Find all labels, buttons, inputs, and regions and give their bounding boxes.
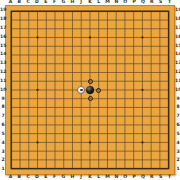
coord-right-14: 14 — [175, 52, 180, 57]
black-stone-K10 — [86, 86, 94, 94]
coord-right-13: 13 — [175, 61, 180, 66]
coord-labels-top: ABCDEFGHJKLMNOPQRST — [5, 0, 175, 5]
coord-left-1: 1 — [2, 167, 5, 172]
coord-bottom-N: N — [112, 175, 121, 180]
coord-left-2: 2 — [2, 158, 5, 163]
white-stone-J10 — [77, 86, 85, 94]
last-move-dot — [80, 89, 82, 91]
circle-marker-K9[interactable] — [88, 96, 93, 101]
coord-bottom-J: J — [77, 175, 86, 180]
coord-right-2: 2 — [177, 158, 180, 163]
coord-top-N: N — [112, 0, 121, 5]
circle-marker-L10[interactable] — [96, 88, 101, 93]
coord-right-19: 19 — [175, 8, 180, 13]
coord-top-S: S — [156, 0, 165, 5]
coord-left-3: 3 — [2, 150, 5, 155]
coord-top-H: H — [68, 0, 77, 5]
coord-top-P: P — [130, 0, 139, 5]
coord-right-11: 11 — [175, 79, 180, 84]
coord-left-10: 10 — [0, 88, 6, 93]
coord-bottom-B: B — [15, 175, 24, 180]
coord-bottom-R: R — [147, 175, 156, 180]
coord-bottom-Q: Q — [139, 175, 148, 180]
coord-top-Q: Q — [139, 0, 148, 5]
coord-bottom-T: T — [165, 175, 174, 180]
coord-right-9: 9 — [177, 97, 180, 102]
coord-bottom-D: D — [33, 175, 42, 180]
coord-right-15: 15 — [175, 44, 180, 49]
coord-bottom-P: P — [130, 175, 139, 180]
coord-top-K: K — [86, 0, 95, 5]
coord-left-16: 16 — [0, 35, 6, 40]
coord-left-17: 17 — [0, 26, 6, 31]
coord-right-1: 1 — [177, 167, 180, 172]
coord-top-J: J — [77, 0, 86, 5]
board-grid — [7, 7, 173, 173]
go-diagram: ABCDEFGHJKLMNOPQRST ABCDEFGHJKLMNOPQRST … — [0, 0, 180, 180]
coord-top-G: G — [59, 0, 68, 5]
coord-right-5: 5 — [177, 132, 180, 137]
coord-left-4: 4 — [2, 141, 5, 146]
coord-labels-bottom: ABCDEFGHJKLMNOPQRST — [5, 175, 175, 180]
coord-left-19: 19 — [0, 8, 6, 13]
coord-top-F: F — [50, 0, 59, 5]
coord-right-7: 7 — [177, 114, 180, 119]
coord-bottom-S: S — [156, 175, 165, 180]
coord-bottom-E: E — [41, 175, 50, 180]
coord-left-9: 9 — [2, 97, 5, 102]
coord-top-T: T — [165, 0, 174, 5]
coord-left-13: 13 — [0, 61, 6, 66]
coord-left-14: 14 — [0, 52, 6, 57]
circle-marker-K11[interactable] — [88, 79, 93, 84]
coord-bottom-F: F — [50, 175, 59, 180]
coord-bottom-K: K — [86, 175, 95, 180]
coord-bottom-G: G — [59, 175, 68, 180]
coord-top-R: R — [147, 0, 156, 5]
coord-bottom-L: L — [94, 175, 103, 180]
coord-right-10: 10 — [175, 88, 180, 93]
coord-left-15: 15 — [0, 44, 6, 49]
coord-right-16: 16 — [175, 35, 180, 40]
coord-top-O: O — [121, 0, 130, 5]
coord-bottom-M: M — [103, 175, 112, 180]
coord-left-12: 12 — [0, 70, 6, 75]
coord-bottom-O: O — [121, 175, 130, 180]
coord-right-18: 18 — [175, 17, 180, 22]
coord-left-5: 5 — [2, 132, 5, 137]
coord-right-12: 12 — [175, 70, 180, 75]
coord-top-C: C — [24, 0, 33, 5]
coord-top-B: B — [15, 0, 24, 5]
coord-bottom-C: C — [24, 175, 33, 180]
coord-top-D: D — [33, 0, 42, 5]
coord-labels-left: 19181716151413121110987654321 — [0, 5, 5, 175]
coord-left-6: 6 — [2, 123, 5, 128]
coord-bottom-H: H — [68, 175, 77, 180]
coord-bottom-A: A — [6, 175, 15, 180]
coord-left-7: 7 — [2, 114, 5, 119]
go-board[interactable] — [5, 5, 175, 175]
coord-top-L: L — [94, 0, 103, 5]
coord-top-M: M — [103, 0, 112, 5]
coord-right-8: 8 — [177, 105, 180, 110]
coord-right-3: 3 — [177, 150, 180, 155]
coord-top-A: A — [6, 0, 15, 5]
coord-labels-right: 19181716151413121110987654321 — [175, 5, 180, 175]
coord-right-4: 4 — [177, 141, 180, 146]
coord-left-11: 11 — [0, 79, 6, 84]
coord-right-6: 6 — [177, 123, 180, 128]
coord-right-17: 17 — [175, 26, 180, 31]
coord-left-8: 8 — [2, 105, 5, 110]
coord-left-18: 18 — [0, 17, 6, 22]
coord-top-E: E — [41, 0, 50, 5]
